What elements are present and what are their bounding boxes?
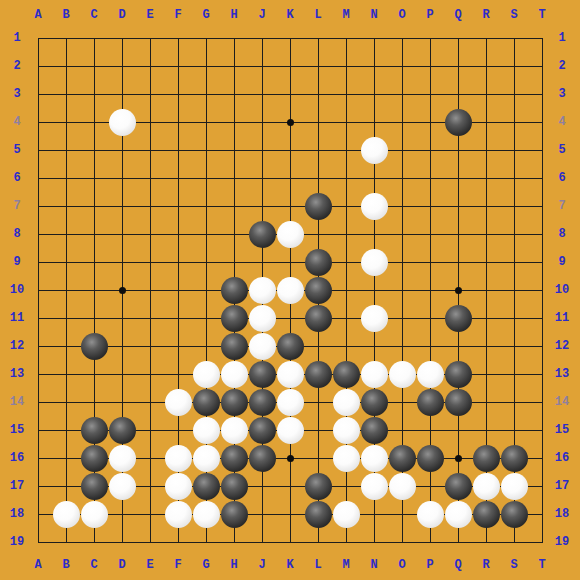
black-stone-Q14[interactable] xyxy=(445,389,472,416)
intersection-S11[interactable] xyxy=(500,304,528,332)
intersection-H19[interactable] xyxy=(220,528,248,556)
intersection-E11[interactable] xyxy=(136,304,164,332)
black-stone-L18[interactable] xyxy=(305,501,332,528)
intersection-O7[interactable] xyxy=(388,192,416,220)
intersection-K15[interactable] xyxy=(276,416,304,444)
intersection-P1[interactable] xyxy=(416,24,444,52)
intersection-E12[interactable] xyxy=(136,332,164,360)
intersection-E10[interactable] xyxy=(136,276,164,304)
intersection-J6[interactable] xyxy=(248,164,276,192)
intersection-Q11[interactable] xyxy=(444,304,472,332)
black-stone-J13[interactable] xyxy=(249,361,276,388)
intersection-E4[interactable] xyxy=(136,108,164,136)
intersection-C16[interactable] xyxy=(80,444,108,472)
intersection-M14[interactable] xyxy=(332,388,360,416)
black-stone-L11[interactable] xyxy=(305,305,332,332)
intersection-N16[interactable] xyxy=(360,444,388,472)
intersection-P11[interactable] xyxy=(416,304,444,332)
intersection-F6[interactable] xyxy=(164,164,192,192)
intersection-K9[interactable] xyxy=(276,248,304,276)
intersection-G2[interactable] xyxy=(192,52,220,80)
intersection-E3[interactable] xyxy=(136,80,164,108)
intersection-Q12[interactable] xyxy=(444,332,472,360)
intersection-D15[interactable] xyxy=(108,416,136,444)
intersection-R9[interactable] xyxy=(472,248,500,276)
intersection-R6[interactable] xyxy=(472,164,500,192)
intersection-H14[interactable] xyxy=(220,388,248,416)
intersection-O6[interactable] xyxy=(388,164,416,192)
intersection-O16[interactable] xyxy=(388,444,416,472)
intersection-N1[interactable] xyxy=(360,24,388,52)
intersection-Q7[interactable] xyxy=(444,192,472,220)
intersection-B18[interactable] xyxy=(52,500,80,528)
intersection-Q1[interactable] xyxy=(444,24,472,52)
black-stone-K12[interactable] xyxy=(277,333,304,360)
intersection-D16[interactable] xyxy=(108,444,136,472)
white-stone-N16[interactable] xyxy=(361,445,388,472)
intersection-K11[interactable] xyxy=(276,304,304,332)
intersection-F10[interactable] xyxy=(164,276,192,304)
intersection-E5[interactable] xyxy=(136,136,164,164)
intersection-H16[interactable] xyxy=(220,444,248,472)
intersection-B14[interactable] xyxy=(52,388,80,416)
intersection-O3[interactable] xyxy=(388,80,416,108)
intersection-D2[interactable] xyxy=(108,52,136,80)
intersection-E14[interactable] xyxy=(136,388,164,416)
intersection-S12[interactable] xyxy=(500,332,528,360)
intersection-G12[interactable] xyxy=(192,332,220,360)
white-stone-F18[interactable] xyxy=(165,501,192,528)
intersection-J17[interactable] xyxy=(248,472,276,500)
intersection-E16[interactable] xyxy=(136,444,164,472)
black-stone-C17[interactable] xyxy=(81,473,108,500)
intersection-C18[interactable] xyxy=(80,500,108,528)
white-stone-K13[interactable] xyxy=(277,361,304,388)
intersection-D18[interactable] xyxy=(108,500,136,528)
intersection-G1[interactable] xyxy=(192,24,220,52)
intersection-N12[interactable] xyxy=(360,332,388,360)
intersection-D6[interactable] xyxy=(108,164,136,192)
intersection-H2[interactable] xyxy=(220,52,248,80)
intersection-D12[interactable] xyxy=(108,332,136,360)
white-stone-J12[interactable] xyxy=(249,333,276,360)
black-stone-H12[interactable] xyxy=(221,333,248,360)
black-stone-H16[interactable] xyxy=(221,445,248,472)
intersection-S19[interactable] xyxy=(500,528,528,556)
intersection-M13[interactable] xyxy=(332,360,360,388)
intersection-B5[interactable] xyxy=(52,136,80,164)
intersection-N5[interactable] xyxy=(360,136,388,164)
intersection-L3[interactable] xyxy=(304,80,332,108)
white-stone-K14[interactable] xyxy=(277,389,304,416)
white-stone-R17[interactable] xyxy=(473,473,500,500)
intersection-K16[interactable] xyxy=(276,444,304,472)
intersection-F17[interactable] xyxy=(164,472,192,500)
intersection-J15[interactable] xyxy=(248,416,276,444)
intersection-H7[interactable] xyxy=(220,192,248,220)
intersection-N3[interactable] xyxy=(360,80,388,108)
intersection-C2[interactable] xyxy=(80,52,108,80)
intersection-S4[interactable] xyxy=(500,108,528,136)
intersection-M16[interactable] xyxy=(332,444,360,472)
black-stone-P14[interactable] xyxy=(417,389,444,416)
white-stone-K15[interactable] xyxy=(277,417,304,444)
black-stone-C12[interactable] xyxy=(81,333,108,360)
intersection-G19[interactable] xyxy=(192,528,220,556)
intersection-K5[interactable] xyxy=(276,136,304,164)
intersection-R3[interactable] xyxy=(472,80,500,108)
intersection-N9[interactable] xyxy=(360,248,388,276)
intersection-B15[interactable] xyxy=(52,416,80,444)
intersection-H13[interactable] xyxy=(220,360,248,388)
black-stone-L7[interactable] xyxy=(305,193,332,220)
black-stone-R16[interactable] xyxy=(473,445,500,472)
intersection-F1[interactable] xyxy=(164,24,192,52)
black-stone-H14[interactable] xyxy=(221,389,248,416)
intersection-D13[interactable] xyxy=(108,360,136,388)
black-stone-Q13[interactable] xyxy=(445,361,472,388)
intersection-J12[interactable] xyxy=(248,332,276,360)
intersection-F7[interactable] xyxy=(164,192,192,220)
intersection-Q18[interactable] xyxy=(444,500,472,528)
intersection-D1[interactable] xyxy=(108,24,136,52)
intersection-F4[interactable] xyxy=(164,108,192,136)
intersection-D3[interactable] xyxy=(108,80,136,108)
intersection-G15[interactable] xyxy=(192,416,220,444)
intersection-J14[interactable] xyxy=(248,388,276,416)
intersection-M15[interactable] xyxy=(332,416,360,444)
intersection-M10[interactable] xyxy=(332,276,360,304)
intersection-B17[interactable] xyxy=(52,472,80,500)
intersection-S7[interactable] xyxy=(500,192,528,220)
intersection-B3[interactable] xyxy=(52,80,80,108)
black-stone-R18[interactable] xyxy=(473,501,500,528)
intersection-F13[interactable] xyxy=(164,360,192,388)
white-stone-M18[interactable] xyxy=(333,501,360,528)
intersection-L14[interactable] xyxy=(304,388,332,416)
intersection-O13[interactable] xyxy=(388,360,416,388)
black-stone-Q11[interactable] xyxy=(445,305,472,332)
black-stone-L13[interactable] xyxy=(305,361,332,388)
intersection-O4[interactable] xyxy=(388,108,416,136)
intersection-N4[interactable] xyxy=(360,108,388,136)
intersection-P6[interactable] xyxy=(416,164,444,192)
intersection-P7[interactable] xyxy=(416,192,444,220)
intersection-S8[interactable] xyxy=(500,220,528,248)
intersection-E19[interactable] xyxy=(136,528,164,556)
intersection-O10[interactable] xyxy=(388,276,416,304)
intersection-L18[interactable] xyxy=(304,500,332,528)
intersection-D9[interactable] xyxy=(108,248,136,276)
intersection-O8[interactable] xyxy=(388,220,416,248)
intersection-P19[interactable] xyxy=(416,528,444,556)
intersection-C3[interactable] xyxy=(80,80,108,108)
intersection-C9[interactable] xyxy=(80,248,108,276)
intersection-B8[interactable] xyxy=(52,220,80,248)
intersection-M7[interactable] xyxy=(332,192,360,220)
intersection-D17[interactable] xyxy=(108,472,136,500)
intersection-O17[interactable] xyxy=(388,472,416,500)
white-stone-S17[interactable] xyxy=(501,473,528,500)
intersection-K6[interactable] xyxy=(276,164,304,192)
intersection-N2[interactable] xyxy=(360,52,388,80)
intersection-M9[interactable] xyxy=(332,248,360,276)
intersection-D14[interactable] xyxy=(108,388,136,416)
intersection-L7[interactable] xyxy=(304,192,332,220)
intersection-S1[interactable] xyxy=(500,24,528,52)
intersection-K14[interactable] xyxy=(276,388,304,416)
intersection-R15[interactable] xyxy=(472,416,500,444)
intersection-F11[interactable] xyxy=(164,304,192,332)
intersection-F18[interactable] xyxy=(164,500,192,528)
black-stone-J15[interactable] xyxy=(249,417,276,444)
intersection-G3[interactable] xyxy=(192,80,220,108)
intersection-H8[interactable] xyxy=(220,220,248,248)
intersection-F12[interactable] xyxy=(164,332,192,360)
white-stone-O13[interactable] xyxy=(389,361,416,388)
intersection-O11[interactable] xyxy=(388,304,416,332)
intersection-H18[interactable] xyxy=(220,500,248,528)
intersection-M18[interactable] xyxy=(332,500,360,528)
intersection-G10[interactable] xyxy=(192,276,220,304)
intersection-C12[interactable] xyxy=(80,332,108,360)
intersection-K12[interactable] xyxy=(276,332,304,360)
intersection-O5[interactable] xyxy=(388,136,416,164)
intersection-D10[interactable] xyxy=(108,276,136,304)
intersection-G8[interactable] xyxy=(192,220,220,248)
intersection-K17[interactable] xyxy=(276,472,304,500)
intersection-N14[interactable] xyxy=(360,388,388,416)
intersection-B6[interactable] xyxy=(52,164,80,192)
intersection-S6[interactable] xyxy=(500,164,528,192)
intersection-O12[interactable] xyxy=(388,332,416,360)
intersection-D11[interactable] xyxy=(108,304,136,332)
intersection-L6[interactable] xyxy=(304,164,332,192)
intersection-F2[interactable] xyxy=(164,52,192,80)
intersection-H9[interactable] xyxy=(220,248,248,276)
white-stone-O17[interactable] xyxy=(389,473,416,500)
intersection-E18[interactable] xyxy=(136,500,164,528)
black-stone-H10[interactable] xyxy=(221,277,248,304)
intersection-L19[interactable] xyxy=(304,528,332,556)
black-stone-J8[interactable] xyxy=(249,221,276,248)
intersection-H12[interactable] xyxy=(220,332,248,360)
intersection-S17[interactable] xyxy=(500,472,528,500)
intersection-O14[interactable] xyxy=(388,388,416,416)
white-stone-N9[interactable] xyxy=(361,249,388,276)
intersection-C14[interactable] xyxy=(80,388,108,416)
intersection-N18[interactable] xyxy=(360,500,388,528)
intersection-E9[interactable] xyxy=(136,248,164,276)
intersection-H3[interactable] xyxy=(220,80,248,108)
intersection-Q13[interactable] xyxy=(444,360,472,388)
intersection-J18[interactable] xyxy=(248,500,276,528)
intersection-S13[interactable] xyxy=(500,360,528,388)
intersection-G13[interactable] xyxy=(192,360,220,388)
intersection-K7[interactable] xyxy=(276,192,304,220)
black-stone-P16[interactable] xyxy=(417,445,444,472)
intersection-L11[interactable] xyxy=(304,304,332,332)
intersection-K13[interactable] xyxy=(276,360,304,388)
intersection-R8[interactable] xyxy=(472,220,500,248)
intersection-K4[interactable] xyxy=(276,108,304,136)
intersection-G4[interactable] xyxy=(192,108,220,136)
intersection-C17[interactable] xyxy=(80,472,108,500)
black-stone-G17[interactable] xyxy=(193,473,220,500)
intersection-G16[interactable] xyxy=(192,444,220,472)
black-stone-S18[interactable] xyxy=(501,501,528,528)
intersection-D5[interactable] xyxy=(108,136,136,164)
intersection-S2[interactable] xyxy=(500,52,528,80)
black-stone-L17[interactable] xyxy=(305,473,332,500)
intersection-G18[interactable] xyxy=(192,500,220,528)
intersection-Q10[interactable] xyxy=(444,276,472,304)
intersection-J2[interactable] xyxy=(248,52,276,80)
intersection-S10[interactable] xyxy=(500,276,528,304)
white-stone-K10[interactable] xyxy=(277,277,304,304)
intersection-M4[interactable] xyxy=(332,108,360,136)
intersection-K1[interactable] xyxy=(276,24,304,52)
white-stone-N13[interactable] xyxy=(361,361,388,388)
intersection-J10[interactable] xyxy=(248,276,276,304)
intersection-J16[interactable] xyxy=(248,444,276,472)
white-stone-M14[interactable] xyxy=(333,389,360,416)
intersection-R17[interactable] xyxy=(472,472,500,500)
intersection-E7[interactable] xyxy=(136,192,164,220)
intersection-Q19[interactable] xyxy=(444,528,472,556)
intersection-H6[interactable] xyxy=(220,164,248,192)
white-stone-H15[interactable] xyxy=(221,417,248,444)
intersection-Q2[interactable] xyxy=(444,52,472,80)
intersection-C1[interactable] xyxy=(80,24,108,52)
intersection-S16[interactable] xyxy=(500,444,528,472)
intersection-G14[interactable] xyxy=(192,388,220,416)
intersection-R18[interactable] xyxy=(472,500,500,528)
intersection-R12[interactable] xyxy=(472,332,500,360)
white-stone-P13[interactable] xyxy=(417,361,444,388)
intersection-B1[interactable] xyxy=(52,24,80,52)
white-stone-D16[interactable] xyxy=(109,445,136,472)
intersection-F16[interactable] xyxy=(164,444,192,472)
black-stone-J14[interactable] xyxy=(249,389,276,416)
white-stone-D17[interactable] xyxy=(109,473,136,500)
intersection-K18[interactable] xyxy=(276,500,304,528)
intersection-M1[interactable] xyxy=(332,24,360,52)
intersection-J13[interactable] xyxy=(248,360,276,388)
black-stone-Q17[interactable] xyxy=(445,473,472,500)
intersection-R14[interactable] xyxy=(472,388,500,416)
intersection-S5[interactable] xyxy=(500,136,528,164)
intersection-C8[interactable] xyxy=(80,220,108,248)
black-stone-O16[interactable] xyxy=(389,445,416,472)
intersection-O1[interactable] xyxy=(388,24,416,52)
white-stone-M15[interactable] xyxy=(333,417,360,444)
intersection-E13[interactable] xyxy=(136,360,164,388)
intersection-C5[interactable] xyxy=(80,136,108,164)
intersection-L9[interactable] xyxy=(304,248,332,276)
intersection-G9[interactable] xyxy=(192,248,220,276)
intersection-D8[interactable] xyxy=(108,220,136,248)
intersection-R16[interactable] xyxy=(472,444,500,472)
intersection-C7[interactable] xyxy=(80,192,108,220)
black-stone-C16[interactable] xyxy=(81,445,108,472)
intersection-G17[interactable] xyxy=(192,472,220,500)
intersection-O2[interactable] xyxy=(388,52,416,80)
intersection-R11[interactable] xyxy=(472,304,500,332)
intersection-R19[interactable] xyxy=(472,528,500,556)
intersection-R10[interactable] xyxy=(472,276,500,304)
white-stone-G15[interactable] xyxy=(193,417,220,444)
intersection-M5[interactable] xyxy=(332,136,360,164)
white-stone-F14[interactable] xyxy=(165,389,192,416)
white-stone-G16[interactable] xyxy=(193,445,220,472)
intersection-H4[interactable] xyxy=(220,108,248,136)
intersection-M8[interactable] xyxy=(332,220,360,248)
black-stone-H17[interactable] xyxy=(221,473,248,500)
intersection-M11[interactable] xyxy=(332,304,360,332)
intersection-P16[interactable] xyxy=(416,444,444,472)
intersection-J8[interactable] xyxy=(248,220,276,248)
intersection-O9[interactable] xyxy=(388,248,416,276)
black-stone-L9[interactable] xyxy=(305,249,332,276)
intersection-F15[interactable] xyxy=(164,416,192,444)
intersection-K19[interactable] xyxy=(276,528,304,556)
white-stone-N11[interactable] xyxy=(361,305,388,332)
intersection-B10[interactable] xyxy=(52,276,80,304)
intersection-B9[interactable] xyxy=(52,248,80,276)
intersection-B13[interactable] xyxy=(52,360,80,388)
black-stone-L10[interactable] xyxy=(305,277,332,304)
intersection-J19[interactable] xyxy=(248,528,276,556)
intersection-P2[interactable] xyxy=(416,52,444,80)
intersection-N17[interactable] xyxy=(360,472,388,500)
intersection-C19[interactable] xyxy=(80,528,108,556)
intersection-N10[interactable] xyxy=(360,276,388,304)
black-stone-H18[interactable] xyxy=(221,501,248,528)
white-stone-G18[interactable] xyxy=(193,501,220,528)
white-stone-N7[interactable] xyxy=(361,193,388,220)
intersection-M19[interactable] xyxy=(332,528,360,556)
intersection-C11[interactable] xyxy=(80,304,108,332)
intersection-F14[interactable] xyxy=(164,388,192,416)
intersection-B16[interactable] xyxy=(52,444,80,472)
intersection-R13[interactable] xyxy=(472,360,500,388)
intersection-M2[interactable] xyxy=(332,52,360,80)
black-stone-G14[interactable] xyxy=(193,389,220,416)
intersection-N11[interactable] xyxy=(360,304,388,332)
intersection-Q3[interactable] xyxy=(444,80,472,108)
intersection-S15[interactable] xyxy=(500,416,528,444)
intersection-B12[interactable] xyxy=(52,332,80,360)
intersection-B2[interactable] xyxy=(52,52,80,80)
black-stone-D15[interactable] xyxy=(109,417,136,444)
intersection-J9[interactable] xyxy=(248,248,276,276)
white-stone-M16[interactable] xyxy=(333,445,360,472)
intersection-P5[interactable] xyxy=(416,136,444,164)
white-stone-B18[interactable] xyxy=(53,501,80,528)
intersection-L8[interactable] xyxy=(304,220,332,248)
white-stone-H13[interactable] xyxy=(221,361,248,388)
intersection-D4[interactable] xyxy=(108,108,136,136)
intersection-M17[interactable] xyxy=(332,472,360,500)
black-stone-M13[interactable] xyxy=(333,361,360,388)
black-stone-S16[interactable] xyxy=(501,445,528,472)
intersection-D19[interactable] xyxy=(108,528,136,556)
intersection-G5[interactable] xyxy=(192,136,220,164)
intersection-C13[interactable] xyxy=(80,360,108,388)
intersection-Q8[interactable] xyxy=(444,220,472,248)
intersection-S14[interactable] xyxy=(500,388,528,416)
